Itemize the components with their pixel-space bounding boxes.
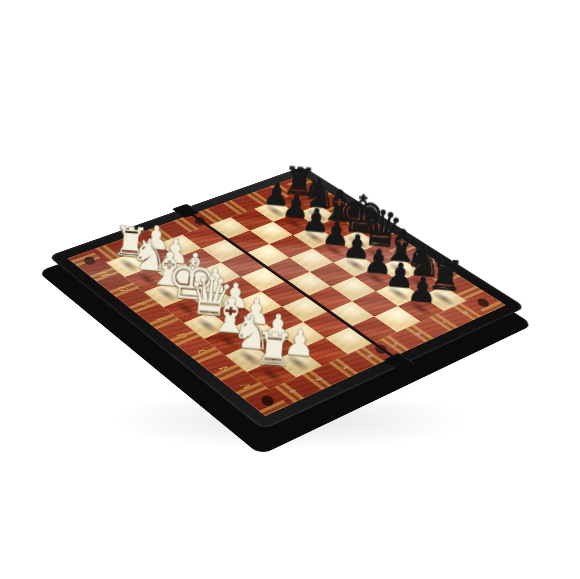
ornament-blob <box>295 181 305 188</box>
piece-white-rook[interactable]: ♜ <box>248 326 300 377</box>
board-plane: HGFEDCBA12345678 ♜♞♝♚♛♝♞♜♟♟♟♟♟♟♟♟♟♟♟♟♟♟♟… <box>48 166 526 429</box>
chess-set-photo: HGFEDCBA12345678 ♜♞♝♚♛♝♞♜♟♟♟♟♟♟♟♟♟♟♟♟♟♟♟… <box>0 0 580 579</box>
piece-black-pawn[interactable]: ♟ <box>398 271 446 310</box>
perspective-wrapper: HGFEDCBA12345678 ♜♞♝♚♛♝♞♜♟♟♟♟♟♟♟♟♟♟♟♟♟♟♟… <box>102 97 470 465</box>
camera-tilt: HGFEDCBA12345678 ♜♞♝♚♛♝♞♜♟♟♟♟♟♟♟♟♟♟♟♟♟♟♟… <box>0 0 580 579</box>
